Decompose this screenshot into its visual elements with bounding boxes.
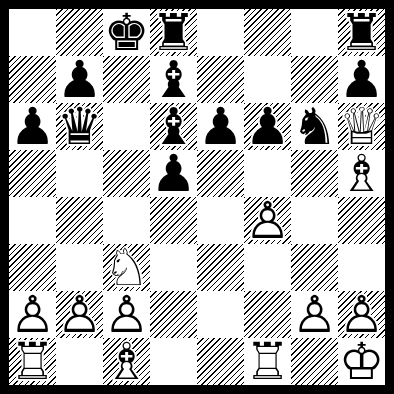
square-d7[interactable]: ♝♝ (150, 56, 197, 103)
piece-glyph: ♟ (150, 150, 197, 197)
piece-halo: ♚ (103, 9, 150, 56)
square-g2[interactable]: ♟♙ (291, 291, 338, 338)
square-e3[interactable] (197, 244, 244, 291)
piece-halo: ♚ (338, 338, 385, 385)
white-knight-icon: ♞♘ (103, 244, 150, 291)
black-pawn-icon: ♟♟ (56, 56, 103, 103)
white-pawn-icon: ♟♙ (338, 291, 385, 338)
square-e8[interactable] (197, 9, 244, 56)
piece-halo: ♛ (338, 103, 385, 150)
piece-halo: ♟ (9, 103, 56, 150)
square-h2[interactable]: ♟♙ (338, 291, 385, 338)
square-a2[interactable]: ♟♙ (9, 291, 56, 338)
square-h8[interactable]: ♜♜ (338, 9, 385, 56)
piece-halo: ♟ (291, 291, 338, 338)
square-c6[interactable] (103, 103, 150, 150)
black-pawn-icon: ♟♟ (150, 150, 197, 197)
square-a6[interactable]: ♟♟ (9, 103, 56, 150)
square-c4[interactable] (103, 197, 150, 244)
square-f1[interactable]: ♜♖ (244, 338, 291, 385)
piece-halo: ♟ (56, 56, 103, 103)
piece-halo: ♜ (150, 9, 197, 56)
square-f3[interactable] (244, 244, 291, 291)
white-rook-icon: ♜♖ (9, 338, 56, 385)
piece-glyph: ♙ (9, 291, 56, 338)
piece-halo: ♝ (338, 150, 385, 197)
square-f4[interactable]: ♟♙ (244, 197, 291, 244)
square-b6[interactable]: ♛♛ (56, 103, 103, 150)
square-g1[interactable] (291, 338, 338, 385)
piece-halo: ♟ (103, 291, 150, 338)
piece-halo: ♜ (9, 338, 56, 385)
piece-glyph: ♙ (56, 291, 103, 338)
piece-halo: ♞ (291, 103, 338, 150)
piece-glyph: ♙ (244, 197, 291, 244)
square-b2[interactable]: ♟♙ (56, 291, 103, 338)
square-b4[interactable] (56, 197, 103, 244)
square-e6[interactable]: ♟♟ (197, 103, 244, 150)
piece-glyph: ♛ (56, 103, 103, 150)
square-a5[interactable] (9, 150, 56, 197)
square-f5[interactable] (244, 150, 291, 197)
piece-glyph: ♙ (291, 291, 338, 338)
black-queen-icon: ♛♛ (56, 103, 103, 150)
piece-glyph: ♙ (103, 291, 150, 338)
piece-halo: ♝ (103, 338, 150, 385)
square-a1[interactable]: ♜♖ (9, 338, 56, 385)
square-g4[interactable] (291, 197, 338, 244)
black-knight-icon: ♞♞ (291, 103, 338, 150)
square-d3[interactable] (150, 244, 197, 291)
square-d1[interactable] (150, 338, 197, 385)
piece-halo: ♟ (244, 103, 291, 150)
piece-halo: ♟ (244, 197, 291, 244)
piece-glyph: ♟ (56, 56, 103, 103)
square-c7[interactable] (103, 56, 150, 103)
piece-halo: ♜ (244, 338, 291, 385)
piece-glyph: ♟ (338, 56, 385, 103)
piece-halo: ♝ (150, 56, 197, 103)
piece-glyph: ♟ (9, 103, 56, 150)
square-c2[interactable]: ♟♙ (103, 291, 150, 338)
piece-halo: ♛ (56, 103, 103, 150)
piece-halo: ♝ (150, 103, 197, 150)
square-a3[interactable] (9, 244, 56, 291)
black-pawn-icon: ♟♟ (338, 56, 385, 103)
piece-glyph: ♜ (150, 9, 197, 56)
piece-glyph: ♜ (338, 9, 385, 56)
chess-board: ♚♚♜♜♜♜♟♟♝♝♟♟♟♟♛♛♝♝♟♟♟♟♞♞♛♕♟♟♝♗♟♙♞♘♟♙♟♙♟♙… (9, 9, 385, 385)
white-pawn-icon: ♟♙ (103, 291, 150, 338)
square-e1[interactable] (197, 338, 244, 385)
white-rook-icon: ♜♖ (244, 338, 291, 385)
square-g7[interactable] (291, 56, 338, 103)
square-e5[interactable] (197, 150, 244, 197)
piece-glyph: ♟ (197, 103, 244, 150)
white-pawn-icon: ♟♙ (244, 197, 291, 244)
square-e4[interactable] (197, 197, 244, 244)
piece-glyph: ♔ (338, 338, 385, 385)
black-pawn-icon: ♟♟ (244, 103, 291, 150)
square-a4[interactable] (9, 197, 56, 244)
square-f8[interactable] (244, 9, 291, 56)
square-c5[interactable] (103, 150, 150, 197)
piece-glyph: ♗ (338, 150, 385, 197)
board-frame: ♚♚♜♜♜♜♟♟♝♝♟♟♟♟♛♛♝♝♟♟♟♟♞♞♛♕♟♟♝♗♟♙♞♘♟♙♟♙♟♙… (0, 0, 394, 394)
square-d2[interactable] (150, 291, 197, 338)
square-c1[interactable]: ♝♗ (103, 338, 150, 385)
black-pawn-icon: ♟♟ (9, 103, 56, 150)
white-pawn-icon: ♟♙ (9, 291, 56, 338)
square-h3[interactable] (338, 244, 385, 291)
piece-glyph: ♙ (338, 291, 385, 338)
piece-glyph: ♗ (103, 338, 150, 385)
piece-glyph: ♝ (150, 56, 197, 103)
black-king-icon: ♚♚ (103, 9, 150, 56)
black-rook-icon: ♜♜ (338, 9, 385, 56)
square-f7[interactable] (244, 56, 291, 103)
square-d6[interactable]: ♝♝ (150, 103, 197, 150)
square-b7[interactable]: ♟♟ (56, 56, 103, 103)
black-pawn-icon: ♟♟ (197, 103, 244, 150)
piece-glyph: ♚ (103, 9, 150, 56)
piece-halo: ♜ (338, 9, 385, 56)
piece-glyph: ♖ (9, 338, 56, 385)
piece-halo: ♟ (150, 150, 197, 197)
square-a8[interactable] (9, 9, 56, 56)
square-h5[interactable]: ♝♗ (338, 150, 385, 197)
piece-glyph: ♕ (338, 103, 385, 150)
piece-glyph: ♝ (150, 103, 197, 150)
square-h1[interactable]: ♚♔ (338, 338, 385, 385)
white-bishop-icon: ♝♗ (103, 338, 150, 385)
square-g6[interactable]: ♞♞ (291, 103, 338, 150)
square-g3[interactable] (291, 244, 338, 291)
piece-halo: ♟ (338, 291, 385, 338)
piece-halo: ♟ (56, 291, 103, 338)
piece-glyph: ♟ (244, 103, 291, 150)
piece-halo: ♟ (9, 291, 56, 338)
square-e2[interactable] (197, 291, 244, 338)
piece-glyph: ♘ (103, 244, 150, 291)
square-d4[interactable] (150, 197, 197, 244)
piece-halo: ♟ (338, 56, 385, 103)
black-bishop-icon: ♝♝ (150, 103, 197, 150)
square-b1[interactable] (56, 338, 103, 385)
white-queen-icon: ♛♕ (338, 103, 385, 150)
square-d8[interactable]: ♜♜ (150, 9, 197, 56)
square-h6[interactable]: ♛♕ (338, 103, 385, 150)
square-f2[interactable] (244, 291, 291, 338)
black-rook-icon: ♜♜ (150, 9, 197, 56)
white-pawn-icon: ♟♙ (56, 291, 103, 338)
square-b3[interactable] (56, 244, 103, 291)
white-king-icon: ♚♔ (338, 338, 385, 385)
square-b8[interactable] (56, 9, 103, 56)
square-f6[interactable]: ♟♟ (244, 103, 291, 150)
black-bishop-icon: ♝♝ (150, 56, 197, 103)
white-pawn-icon: ♟♙ (291, 291, 338, 338)
square-e7[interactable] (197, 56, 244, 103)
square-h4[interactable] (338, 197, 385, 244)
white-bishop-icon: ♝♗ (338, 150, 385, 197)
square-d5[interactable]: ♟♟ (150, 150, 197, 197)
square-a7[interactable] (9, 56, 56, 103)
square-c8[interactable]: ♚♚ (103, 9, 150, 56)
square-h7[interactable]: ♟♟ (338, 56, 385, 103)
piece-halo: ♟ (197, 103, 244, 150)
piece-glyph: ♖ (244, 338, 291, 385)
square-g8[interactable] (291, 9, 338, 56)
square-b5[interactable] (56, 150, 103, 197)
square-g5[interactable] (291, 150, 338, 197)
square-c3[interactable]: ♞♘ (103, 244, 150, 291)
piece-halo: ♞ (103, 244, 150, 291)
piece-glyph: ♞ (291, 103, 338, 150)
